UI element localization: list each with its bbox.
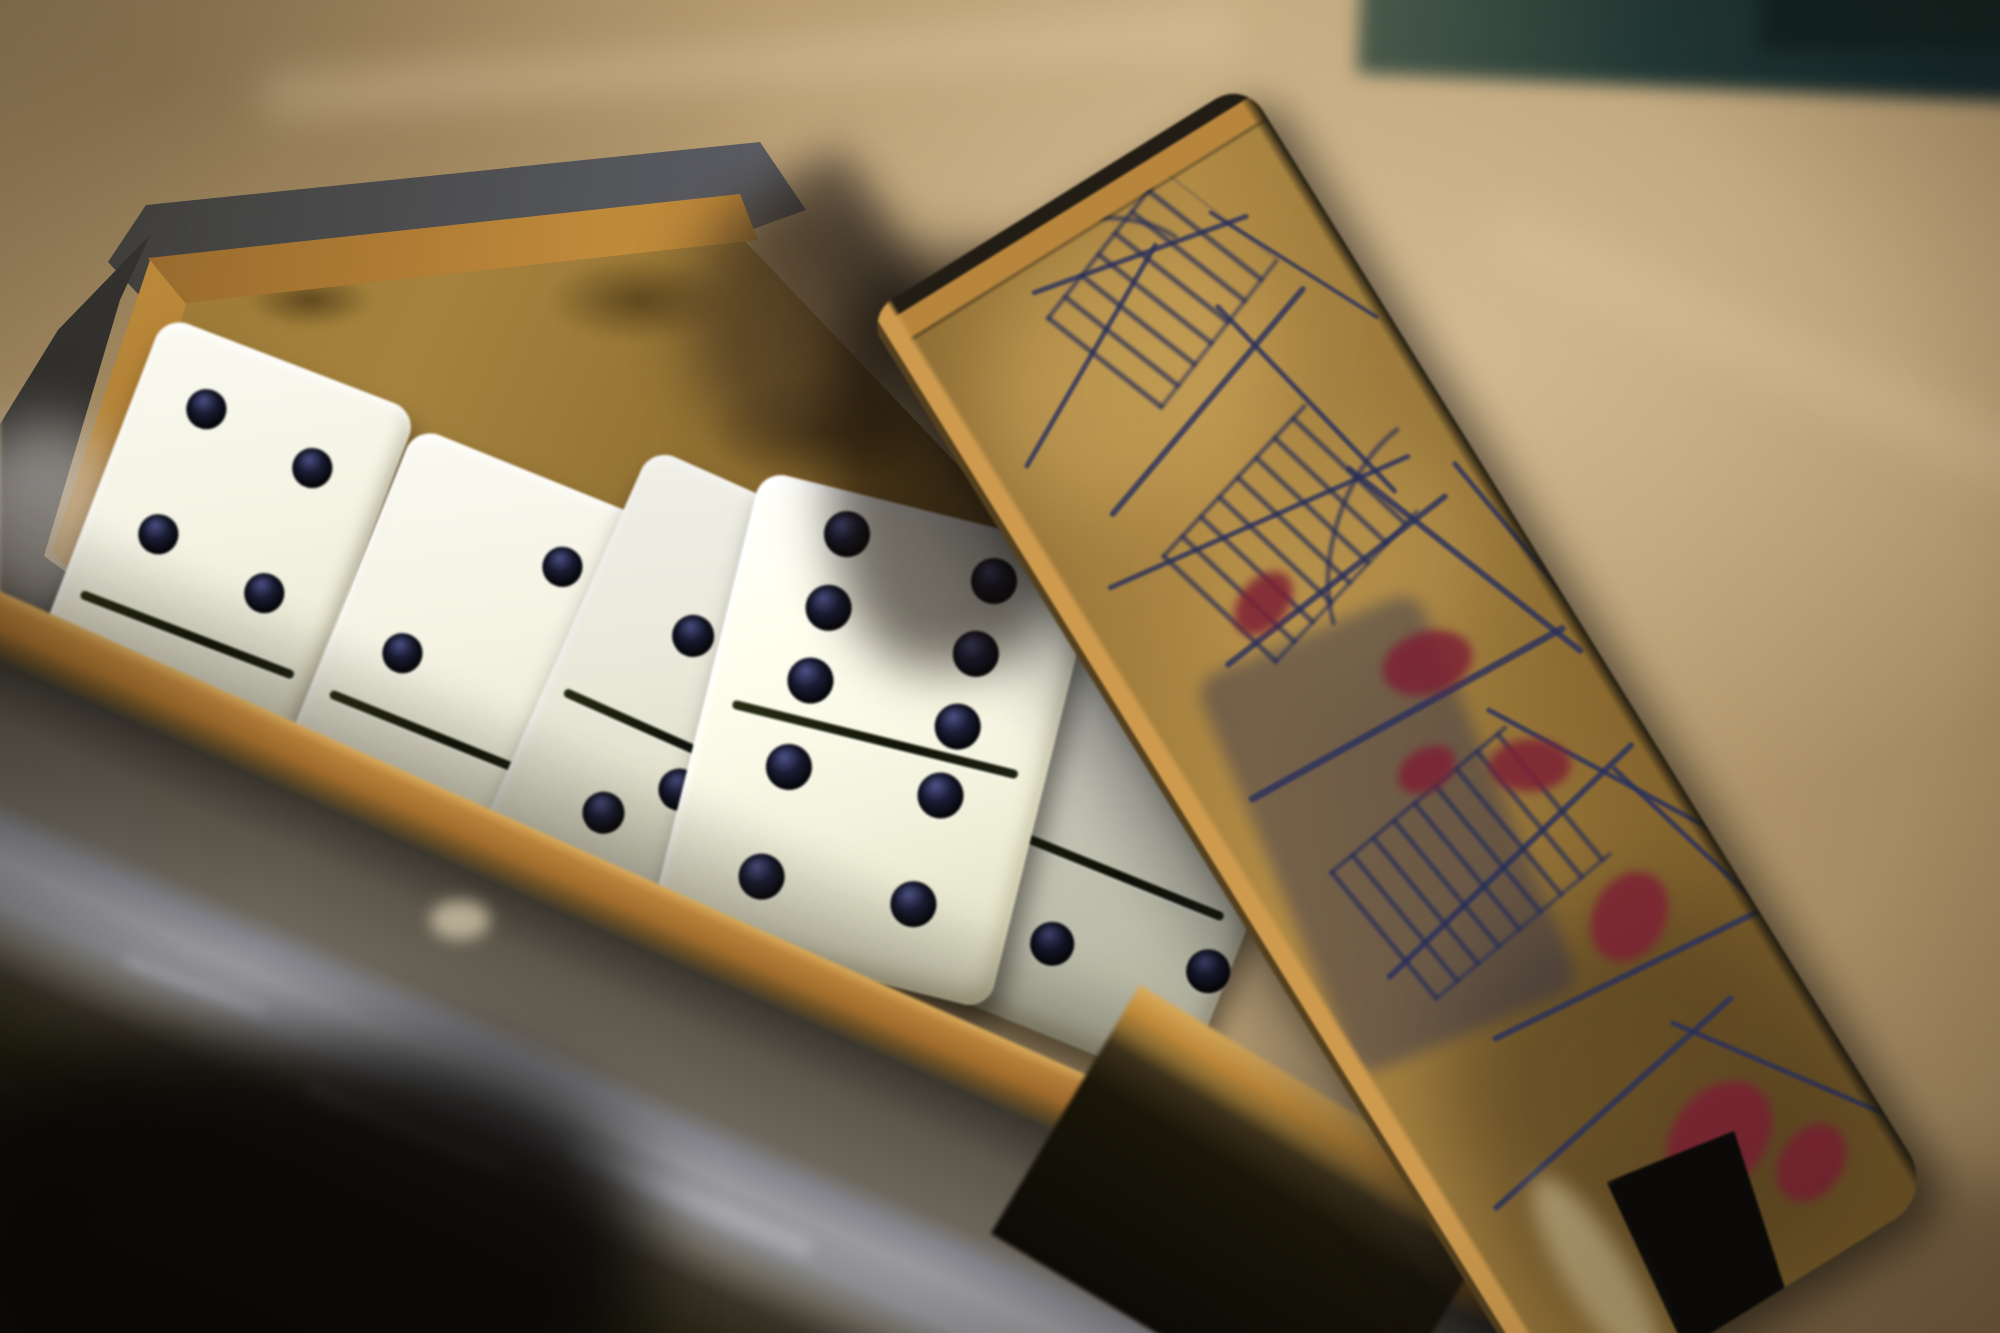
- table-grain-streak: [260, 6, 1241, 120]
- front-wall-glue-spot: [430, 900, 490, 940]
- pip: [761, 739, 817, 795]
- pip: [783, 652, 839, 708]
- bottom-left-shadow: [0, 1040, 640, 1333]
- table-grain-streak: [1477, 202, 2000, 512]
- pip: [913, 767, 969, 823]
- pip: [930, 699, 986, 755]
- pip: [536, 540, 588, 592]
- photo-stage: [0, 0, 2000, 1333]
- pip: [665, 608, 720, 663]
- pip: [287, 442, 339, 494]
- lid-red-script-mark: [1488, 738, 1572, 793]
- background-dark-corner: [1760, 0, 2000, 50]
- pip: [181, 383, 233, 435]
